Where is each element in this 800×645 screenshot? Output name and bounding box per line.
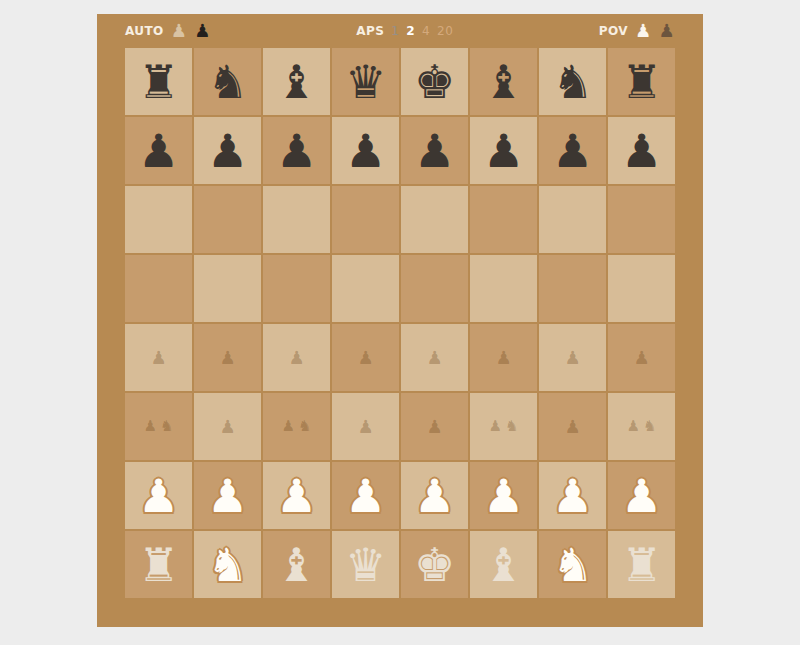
white-pawn: ♟ — [207, 473, 248, 519]
auto-control: AUTO ♟ ♟ — [125, 22, 211, 40]
square-c3[interactable]: ♟♞ — [263, 393, 330, 460]
black-queen: ♛ — [345, 59, 386, 105]
square-h2[interactable]: ♟ — [608, 462, 675, 529]
square-g4[interactable]: ♟ — [539, 324, 606, 391]
white-pawn: ♟ — [138, 473, 179, 519]
square-g7[interactable]: ♟ — [539, 117, 606, 184]
white-pawn: ♟ — [621, 473, 662, 519]
white-rook: ♜ — [138, 542, 179, 588]
move-hints: ♟ — [357, 418, 373, 436]
move-hints: ♟♞ — [627, 419, 657, 434]
square-h6[interactable] — [608, 186, 675, 253]
white-pawn: ♟ — [345, 473, 386, 519]
square-c4[interactable]: ♟ — [263, 324, 330, 391]
move-hints: ♟ — [564, 349, 580, 367]
square-c5[interactable] — [263, 255, 330, 322]
square-f3[interactable]: ♟♞ — [470, 393, 537, 460]
pov-control: POV ♟ ♟ — [599, 22, 675, 40]
square-c8[interactable]: ♝ — [263, 48, 330, 115]
white-pawn: ♟ — [483, 473, 524, 519]
black-pawn: ♟ — [138, 128, 179, 174]
black-pawn: ♟ — [483, 128, 524, 174]
square-d7[interactable]: ♟ — [332, 117, 399, 184]
pov-brown-pawn-icon[interactable]: ♟ — [658, 22, 675, 40]
square-d1[interactable]: ♛ — [332, 531, 399, 598]
square-e6[interactable] — [401, 186, 468, 253]
pov-label: POV — [599, 24, 628, 38]
square-a5[interactable] — [125, 255, 192, 322]
black-pawn: ♟ — [207, 128, 248, 174]
move-hint-pawn-icon: ♟ — [357, 418, 373, 436]
aps-option-4[interactable]: 4 — [422, 24, 430, 38]
black-pawn: ♟ — [414, 128, 455, 174]
square-g5[interactable] — [539, 255, 606, 322]
square-g3[interactable]: ♟ — [539, 393, 606, 460]
square-c6[interactable] — [263, 186, 330, 253]
move-hints: ♟ — [150, 349, 166, 367]
black-king: ♚ — [414, 59, 455, 105]
move-hint-pawn-icon: ♟ — [564, 349, 580, 367]
move-hints: ♟ — [426, 349, 442, 367]
square-e7[interactable]: ♟ — [401, 117, 468, 184]
square-d2[interactable]: ♟ — [332, 462, 399, 529]
white-pawn: ♟ — [552, 473, 593, 519]
square-b6[interactable] — [194, 186, 261, 253]
square-d3[interactable]: ♟ — [332, 393, 399, 460]
square-d5[interactable] — [332, 255, 399, 322]
move-hint-knight-icon: ♞ — [298, 419, 311, 434]
black-knight: ♞ — [207, 59, 248, 105]
move-hints: ♟♞ — [282, 419, 312, 434]
square-d4[interactable]: ♟ — [332, 324, 399, 391]
square-f7[interactable]: ♟ — [470, 117, 537, 184]
square-h1[interactable]: ♜ — [608, 531, 675, 598]
square-c7[interactable]: ♟ — [263, 117, 330, 184]
square-a7[interactable]: ♟ — [125, 117, 192, 184]
black-pawn: ♟ — [345, 128, 386, 174]
square-e2[interactable]: ♟ — [401, 462, 468, 529]
move-hints: ♟ — [633, 349, 649, 367]
aps-option-1[interactable]: 1 — [391, 24, 399, 38]
white-knight: ♞ — [207, 542, 248, 588]
move-hint-pawn-icon: ♟ — [288, 349, 304, 367]
white-rook: ♜ — [621, 542, 662, 588]
square-d8[interactable]: ♛ — [332, 48, 399, 115]
black-pawn: ♟ — [621, 128, 662, 174]
move-hints: ♟ — [564, 418, 580, 436]
square-a6[interactable] — [125, 186, 192, 253]
black-rook: ♜ — [138, 59, 179, 105]
square-g2[interactable]: ♟ — [539, 462, 606, 529]
board-grid: ♜♞♝♛♚♝♞♜♟♟♟♟♟♟♟♟♟♟♟♟♟♟♟♟♟♞♟♟♞♟♟♟♞♟♟♞♟♟♟♟… — [125, 48, 675, 598]
square-d6[interactable] — [332, 186, 399, 253]
square-c1[interactable]: ♝ — [263, 531, 330, 598]
white-queen: ♛ — [345, 542, 386, 588]
white-bishop: ♝ — [483, 542, 524, 588]
square-g1[interactable]: ♞ — [539, 531, 606, 598]
square-a1[interactable]: ♜ — [125, 531, 192, 598]
move-hint-pawn-icon: ♟ — [633, 349, 649, 367]
black-pawn: ♟ — [276, 128, 317, 174]
pov-white-pawn-icon[interactable]: ♟ — [635, 22, 652, 40]
move-hint-pawn-icon: ♟ — [282, 419, 295, 434]
move-hints: ♟ — [219, 349, 235, 367]
move-hint-pawn-icon: ♟ — [627, 419, 640, 434]
square-e4[interactable]: ♟ — [401, 324, 468, 391]
square-b4[interactable]: ♟ — [194, 324, 261, 391]
black-bishop: ♝ — [276, 59, 317, 105]
square-a3[interactable]: ♟♞ — [125, 393, 192, 460]
white-king: ♚ — [414, 542, 455, 588]
square-b8[interactable]: ♞ — [194, 48, 261, 115]
square-h7[interactable]: ♟ — [608, 117, 675, 184]
move-hint-knight-icon: ♞ — [505, 419, 518, 434]
square-f8[interactable]: ♝ — [470, 48, 537, 115]
move-hints: ♟ — [357, 349, 373, 367]
move-hints: ♟ — [219, 418, 235, 436]
aps-option-20[interactable]: 20 — [437, 24, 453, 38]
square-f1[interactable]: ♝ — [470, 531, 537, 598]
move-hint-pawn-icon: ♟ — [495, 349, 511, 367]
square-b7[interactable]: ♟ — [194, 117, 261, 184]
auto-label: AUTO — [125, 24, 164, 38]
square-e1[interactable]: ♚ — [401, 531, 468, 598]
white-pawn: ♟ — [276, 473, 317, 519]
white-bishop: ♝ — [276, 542, 317, 588]
auto-black-pawn-icon[interactable]: ♟ — [194, 22, 211, 40]
square-h4[interactable]: ♟ — [608, 324, 675, 391]
move-hint-pawn-icon: ♟ — [357, 349, 373, 367]
square-h5[interactable] — [608, 255, 675, 322]
square-h3[interactable]: ♟♞ — [608, 393, 675, 460]
square-f2[interactable]: ♟ — [470, 462, 537, 529]
move-hint-knight-icon: ♞ — [160, 419, 173, 434]
move-hint-pawn-icon: ♟ — [144, 419, 157, 434]
auto-white-pawn-icon[interactable]: ♟ — [171, 22, 188, 40]
move-hint-pawn-icon: ♟ — [150, 349, 166, 367]
square-b3[interactable]: ♟ — [194, 393, 261, 460]
aps-control: APS 1 2 4 20 — [356, 24, 453, 38]
move-hints: ♟♞ — [489, 419, 519, 434]
move-hint-pawn-icon: ♟ — [219, 349, 235, 367]
square-c2[interactable]: ♟ — [263, 462, 330, 529]
move-hint-pawn-icon: ♟ — [219, 418, 235, 436]
square-a2[interactable]: ♟ — [125, 462, 192, 529]
aps-option-2[interactable]: 2 — [406, 24, 415, 38]
move-hint-pawn-icon: ♟ — [426, 418, 442, 436]
square-g8[interactable]: ♞ — [539, 48, 606, 115]
move-hint-pawn-icon: ♟ — [564, 418, 580, 436]
move-hints: ♟ — [426, 418, 442, 436]
square-e5[interactable] — [401, 255, 468, 322]
board-frame: AUTO ♟ ♟ APS 1 2 4 20 POV ♟ ♟ ♜♞♝♛♚♝♞♜♟♟… — [97, 14, 703, 627]
white-pawn: ♟ — [414, 473, 455, 519]
square-a8[interactable]: ♜ — [125, 48, 192, 115]
square-g6[interactable] — [539, 186, 606, 253]
square-e3[interactable]: ♟ — [401, 393, 468, 460]
white-knight: ♞ — [552, 542, 593, 588]
square-f4[interactable]: ♟ — [470, 324, 537, 391]
black-bishop: ♝ — [483, 59, 524, 105]
black-rook: ♜ — [621, 59, 662, 105]
move-hint-pawn-icon: ♟ — [489, 419, 502, 434]
square-h8[interactable]: ♜ — [608, 48, 675, 115]
square-e8[interactable]: ♚ — [401, 48, 468, 115]
aps-label: APS — [356, 24, 384, 38]
move-hint-knight-icon: ♞ — [643, 419, 656, 434]
move-hints: ♟♞ — [144, 419, 174, 434]
square-f5[interactable] — [470, 255, 537, 322]
square-b2[interactable]: ♟ — [194, 462, 261, 529]
board-header: AUTO ♟ ♟ APS 1 2 4 20 POV ♟ ♟ — [97, 14, 703, 48]
square-b5[interactable] — [194, 255, 261, 322]
move-hint-pawn-icon: ♟ — [426, 349, 442, 367]
square-f6[interactable] — [470, 186, 537, 253]
square-b1[interactable]: ♞ — [194, 531, 261, 598]
black-pawn: ♟ — [552, 128, 593, 174]
move-hints: ♟ — [288, 349, 304, 367]
black-knight: ♞ — [552, 59, 593, 105]
move-hints: ♟ — [495, 349, 511, 367]
square-a4[interactable]: ♟ — [125, 324, 192, 391]
